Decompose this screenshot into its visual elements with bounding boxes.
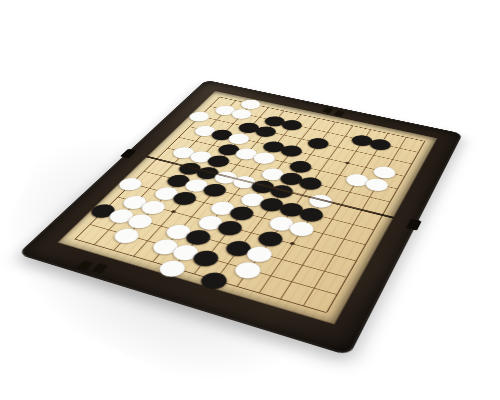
white-stone: ●: [363, 175, 392, 192]
black-stone: ●: [253, 124, 280, 138]
white-stone: ●: [251, 150, 280, 165]
white-stone: ●: [110, 225, 144, 245]
white-stone: ●: [286, 219, 318, 238]
product-photo: ●●●●●●●●●●●●●●●●●●●●●●●●●●●●●●●●●●●●●●●●…: [0, 0, 500, 400]
white-stone: ●: [115, 175, 146, 192]
black-stone: ●: [296, 174, 325, 191]
white-stone: ●: [156, 257, 191, 279]
black-stone: ●: [367, 137, 394, 152]
white-stone: ●: [231, 258, 265, 280]
latch-tab-bottom-2: [92, 263, 107, 273]
latch-tab-bottom-1: [77, 261, 92, 271]
black-stone: ●: [305, 136, 332, 150]
latch-tab-top-1: [323, 107, 333, 113]
black-stone: ●: [279, 118, 306, 132]
black-stone: ●: [278, 143, 306, 158]
white-stone: ●: [186, 110, 213, 123]
hinge-right: [406, 218, 422, 230]
white-stone: ●: [229, 107, 256, 120]
black-stone: ●: [197, 269, 232, 291]
